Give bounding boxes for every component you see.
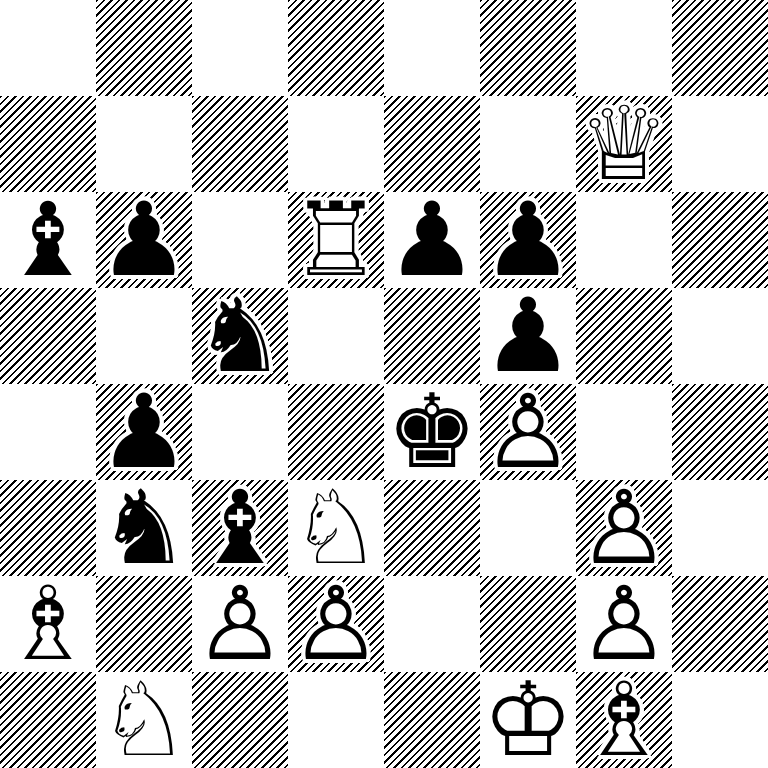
white-pawn-glyph: ♙: [288, 576, 384, 672]
square-g8[interactable]: [576, 0, 672, 96]
black-bishop-glyph: ♝: [0, 192, 96, 288]
square-c1[interactable]: [192, 672, 288, 768]
chess-board: ♛♕♝♝♟♟♜♖♟♟♟♟♞♞♟♟♟♟♚♚♟♙♞♞♝♝♞♘♟♙♝♗♟♙♟♙♟♙♞♘…: [0, 0, 768, 768]
square-d8[interactable]: [288, 0, 384, 96]
piece-black-pawn[interactable]: ♟♟: [480, 192, 576, 288]
square-f1[interactable]: ♚♔: [480, 672, 576, 768]
white-queen-glyph: ♕: [576, 96, 672, 192]
square-c6[interactable]: [192, 192, 288, 288]
piece-white-king[interactable]: ♚♔: [480, 672, 576, 768]
square-f6[interactable]: ♟♟: [480, 192, 576, 288]
square-g6[interactable]: [576, 192, 672, 288]
piece-black-pawn[interactable]: ♟♟: [96, 384, 192, 480]
black-pawn-glyph: ♟: [480, 192, 576, 288]
piece-white-bishop[interactable]: ♝♗: [576, 672, 672, 768]
square-c4[interactable]: [192, 384, 288, 480]
square-c5[interactable]: ♞♞: [192, 288, 288, 384]
square-h2[interactable]: [672, 576, 768, 672]
white-pawn-glyph: ♙: [192, 576, 288, 672]
square-d4[interactable]: [288, 384, 384, 480]
square-e2[interactable]: [384, 576, 480, 672]
piece-white-pawn[interactable]: ♟♙: [576, 576, 672, 672]
square-c2[interactable]: ♟♙: [192, 576, 288, 672]
square-g4[interactable]: [576, 384, 672, 480]
piece-black-king[interactable]: ♚♚: [384, 384, 480, 480]
square-h6[interactable]: [672, 192, 768, 288]
square-a2[interactable]: ♝♗: [0, 576, 96, 672]
square-d3[interactable]: ♞♘: [288, 480, 384, 576]
square-a5[interactable]: [0, 288, 96, 384]
piece-black-bishop[interactable]: ♝♝: [192, 480, 288, 576]
piece-black-knight[interactable]: ♞♞: [96, 480, 192, 576]
square-d2[interactable]: ♟♙: [288, 576, 384, 672]
white-pawn-glyph: ♙: [576, 480, 672, 576]
square-e4[interactable]: ♚♚: [384, 384, 480, 480]
square-c8[interactable]: [192, 0, 288, 96]
piece-white-pawn[interactable]: ♟♙: [288, 576, 384, 672]
square-h7[interactable]: [672, 96, 768, 192]
white-bishop-glyph: ♗: [576, 672, 672, 768]
black-pawn-glyph: ♟: [480, 288, 576, 384]
square-h8[interactable]: [672, 0, 768, 96]
square-a6[interactable]: ♝♝: [0, 192, 96, 288]
square-h4[interactable]: [672, 384, 768, 480]
piece-black-knight[interactable]: ♞♞: [192, 288, 288, 384]
square-g3[interactable]: ♟♙: [576, 480, 672, 576]
white-pawn-glyph: ♙: [480, 384, 576, 480]
square-a7[interactable]: [0, 96, 96, 192]
white-pawn-glyph: ♙: [576, 576, 672, 672]
square-e6[interactable]: ♟♟: [384, 192, 480, 288]
square-g2[interactable]: ♟♙: [576, 576, 672, 672]
square-b7[interactable]: [96, 96, 192, 192]
square-e7[interactable]: [384, 96, 480, 192]
piece-white-pawn[interactable]: ♟♙: [576, 480, 672, 576]
piece-black-pawn[interactable]: ♟♟: [480, 288, 576, 384]
square-c7[interactable]: [192, 96, 288, 192]
piece-white-knight[interactable]: ♞♘: [96, 672, 192, 768]
square-e8[interactable]: [384, 0, 480, 96]
square-b1[interactable]: ♞♘: [96, 672, 192, 768]
square-f2[interactable]: [480, 576, 576, 672]
square-d7[interactable]: [288, 96, 384, 192]
square-h1[interactable]: [672, 672, 768, 768]
piece-black-bishop[interactable]: ♝♝: [0, 192, 96, 288]
square-g5[interactable]: [576, 288, 672, 384]
square-f7[interactable]: [480, 96, 576, 192]
black-knight-glyph: ♞: [192, 288, 288, 384]
square-b2[interactable]: [96, 576, 192, 672]
piece-white-knight[interactable]: ♞♘: [288, 480, 384, 576]
black-bishop-glyph: ♝: [192, 480, 288, 576]
black-pawn-glyph: ♟: [384, 192, 480, 288]
square-b5[interactable]: [96, 288, 192, 384]
piece-white-rook[interactable]: ♜♖: [288, 192, 384, 288]
piece-black-pawn[interactable]: ♟♟: [96, 192, 192, 288]
square-a1[interactable]: [0, 672, 96, 768]
square-f8[interactable]: [480, 0, 576, 96]
square-d5[interactable]: [288, 288, 384, 384]
white-king-glyph: ♔: [480, 672, 576, 768]
square-a4[interactable]: [0, 384, 96, 480]
square-g1[interactable]: ♝♗: [576, 672, 672, 768]
square-d6[interactable]: ♜♖: [288, 192, 384, 288]
square-d1[interactable]: [288, 672, 384, 768]
piece-white-queen[interactable]: ♛♕: [576, 96, 672, 192]
square-f4[interactable]: ♟♙: [480, 384, 576, 480]
white-knight-glyph: ♘: [96, 672, 192, 768]
black-king-glyph: ♚: [384, 384, 480, 480]
square-e3[interactable]: [384, 480, 480, 576]
white-knight-glyph: ♘: [288, 480, 384, 576]
square-e5[interactable]: [384, 288, 480, 384]
square-f5[interactable]: ♟♟: [480, 288, 576, 384]
white-rook-glyph: ♖: [288, 192, 384, 288]
piece-black-pawn[interactable]: ♟♟: [384, 192, 480, 288]
square-h3[interactable]: [672, 480, 768, 576]
piece-white-pawn[interactable]: ♟♙: [480, 384, 576, 480]
square-b6[interactable]: ♟♟: [96, 192, 192, 288]
square-h5[interactable]: [672, 288, 768, 384]
piece-white-pawn[interactable]: ♟♙: [192, 576, 288, 672]
square-a3[interactable]: [0, 480, 96, 576]
black-pawn-glyph: ♟: [96, 192, 192, 288]
piece-white-bishop[interactable]: ♝♗: [0, 576, 96, 672]
square-b8[interactable]: [96, 0, 192, 96]
black-pawn-glyph: ♟: [96, 384, 192, 480]
square-f3[interactable]: [480, 480, 576, 576]
square-g7[interactable]: ♛♕: [576, 96, 672, 192]
square-a8[interactable]: [0, 0, 96, 96]
black-knight-glyph: ♞: [96, 480, 192, 576]
square-c3[interactable]: ♝♝: [192, 480, 288, 576]
square-b4[interactable]: ♟♟: [96, 384, 192, 480]
square-e1[interactable]: [384, 672, 480, 768]
white-bishop-glyph: ♗: [0, 576, 96, 672]
square-b3[interactable]: ♞♞: [96, 480, 192, 576]
